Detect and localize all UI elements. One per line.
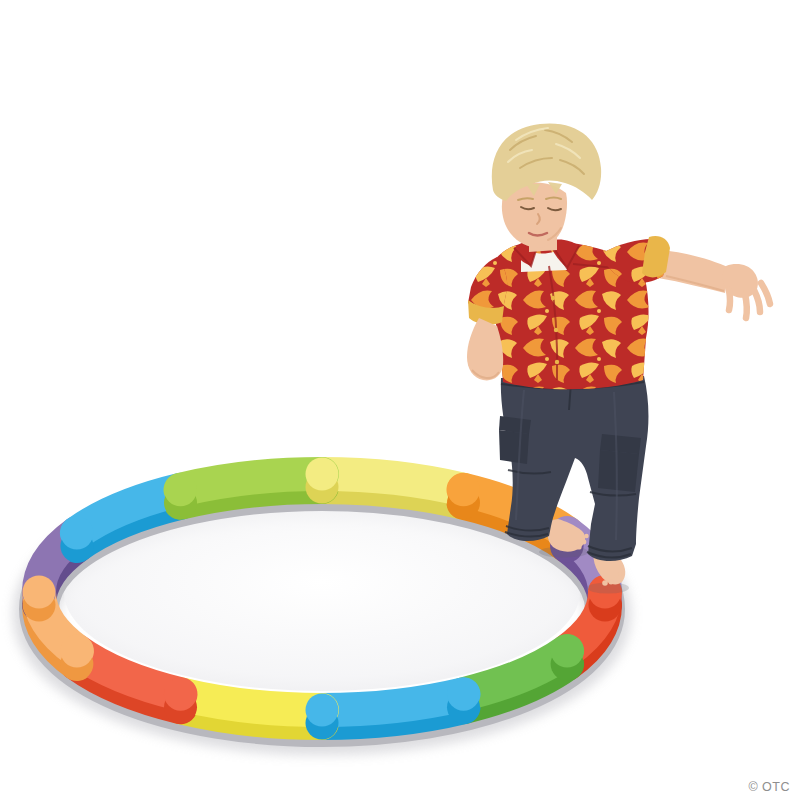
right-toes	[614, 577, 619, 582]
ring-joint-orange	[447, 473, 480, 506]
product-photo: © OTC	[0, 0, 800, 800]
foot-shadow	[587, 583, 629, 594]
watermark: © OTC	[748, 780, 790, 794]
left-sleeve-pattern	[468, 257, 507, 311]
ring-joint-pale-yellow	[306, 458, 339, 491]
ring-joint-light-green	[164, 473, 197, 506]
ring-joint-red-orange	[164, 678, 197, 711]
ring-segment-yellow	[181, 694, 323, 710]
right-toes	[609, 580, 614, 585]
shirt-button	[551, 296, 555, 300]
ring-segment-blue	[322, 694, 464, 710]
right-toes	[618, 572, 622, 576]
ring-joint-light-orange	[60, 635, 93, 668]
ring-joint-green	[551, 635, 584, 668]
cargo-pocket	[598, 450, 639, 492]
right-forearm	[658, 250, 730, 293]
ring-joint-blue	[306, 694, 339, 727]
left-toes	[582, 540, 587, 545]
child-figure	[467, 123, 770, 593]
left-toes	[584, 534, 588, 538]
ring-segment-pale-yellow	[322, 474, 464, 490]
ring-joint-blue	[60, 517, 93, 550]
shirt-button	[555, 360, 559, 364]
shirt-button	[554, 328, 558, 332]
cargo-pocket	[499, 430, 529, 464]
left-toes	[576, 544, 581, 549]
scene-svg	[0, 0, 800, 800]
ring-segment-light-green	[181, 474, 323, 490]
ring-joint-blue	[447, 678, 480, 711]
right-toes	[602, 580, 608, 586]
ring-joint-light-orange	[23, 576, 56, 609]
